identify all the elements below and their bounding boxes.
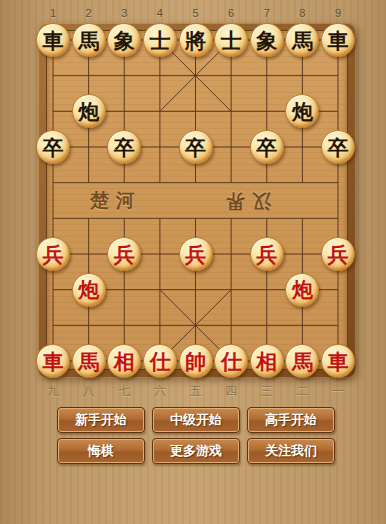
piece-red[interactable]: 兵 <box>179 237 213 271</box>
piece-red[interactable]: 炮 <box>285 273 319 307</box>
top-coord-label: 1 <box>50 7 56 19</box>
piece-red[interactable]: 仕 <box>214 344 248 378</box>
top-coord-label: 3 <box>121 7 127 19</box>
bottom-coord-label: 九 <box>47 383 59 400</box>
top-coord-label: 8 <box>299 7 305 19</box>
follow-us-button[interactable]: 关注我们 <box>247 438 335 464</box>
top-coord-label: 6 <box>228 7 234 19</box>
bottom-coord-label: 五 <box>190 383 202 400</box>
top-coord-label: 7 <box>264 7 270 19</box>
bottom-coord-label: 一 <box>332 383 344 400</box>
piece-red[interactable]: 車 <box>36 344 70 378</box>
bottom-coord-label: 八 <box>83 383 95 400</box>
bottom-coord-label: 七 <box>118 383 130 400</box>
piece-black[interactable]: 士 <box>143 23 177 57</box>
xiangqi-app: 123456789 楚河 汉界 車馬象士將士象馬車炮炮卒卒卒卒卒兵兵兵兵兵炮炮車… <box>0 0 386 524</box>
piece-black[interactable]: 炮 <box>72 94 106 128</box>
piece-black[interactable]: 象 <box>107 23 141 57</box>
more-games-button[interactable]: 更多游戏 <box>152 438 240 464</box>
new-game-intermediate-button[interactable]: 中级开始 <box>152 407 240 433</box>
piece-red[interactable]: 相 <box>250 344 284 378</box>
new-game-beginner-button[interactable]: 新手开始 <box>57 407 145 433</box>
bottom-coord-label: 二 <box>296 383 308 400</box>
bottom-coord-label: 三 <box>261 383 273 400</box>
piece-black[interactable]: 卒 <box>36 130 70 164</box>
top-coord-label: 5 <box>192 7 198 19</box>
bottom-coord-label: 四 <box>225 383 237 400</box>
piece-red[interactable]: 相 <box>107 344 141 378</box>
piece-black[interactable]: 將 <box>179 23 213 57</box>
piece-black[interactable]: 卒 <box>107 130 141 164</box>
piece-black[interactable]: 車 <box>321 23 355 57</box>
top-coord-label: 4 <box>157 7 163 19</box>
piece-black[interactable]: 象 <box>250 23 284 57</box>
piece-red[interactable]: 馬 <box>72 344 106 378</box>
piece-red[interactable]: 車 <box>321 344 355 378</box>
piece-red[interactable]: 兵 <box>107 237 141 271</box>
river-label-han-jie: 汉界 <box>219 188 271 214</box>
new-game-expert-button[interactable]: 高手开始 <box>247 407 335 433</box>
piece-black[interactable]: 士 <box>214 23 248 57</box>
piece-red[interactable]: 兵 <box>36 237 70 271</box>
board-grid <box>38 23 356 378</box>
bottom-coord-label: 六 <box>154 383 166 400</box>
piece-red[interactable]: 帥 <box>179 344 213 378</box>
piece-black[interactable]: 車 <box>36 23 70 57</box>
piece-black[interactable]: 卒 <box>250 130 284 164</box>
river-label-chu-he: 楚河 <box>90 188 142 214</box>
piece-red[interactable]: 兵 <box>250 237 284 271</box>
piece-red[interactable]: 仕 <box>143 344 177 378</box>
piece-red[interactable]: 兵 <box>321 237 355 271</box>
piece-red[interactable]: 炮 <box>72 273 106 307</box>
top-coord-label: 2 <box>86 7 92 19</box>
piece-black[interactable]: 卒 <box>179 130 213 164</box>
xiangqi-board[interactable]: 楚河 汉界 車馬象士將士象馬車炮炮卒卒卒卒卒兵兵兵兵兵炮炮車馬相仕帥仕相馬車 <box>38 23 356 378</box>
piece-black[interactable]: 卒 <box>321 130 355 164</box>
undo-move-button[interactable]: 悔棋 <box>57 438 145 464</box>
top-coord-label: 9 <box>335 7 341 19</box>
piece-black[interactable]: 馬 <box>72 23 106 57</box>
